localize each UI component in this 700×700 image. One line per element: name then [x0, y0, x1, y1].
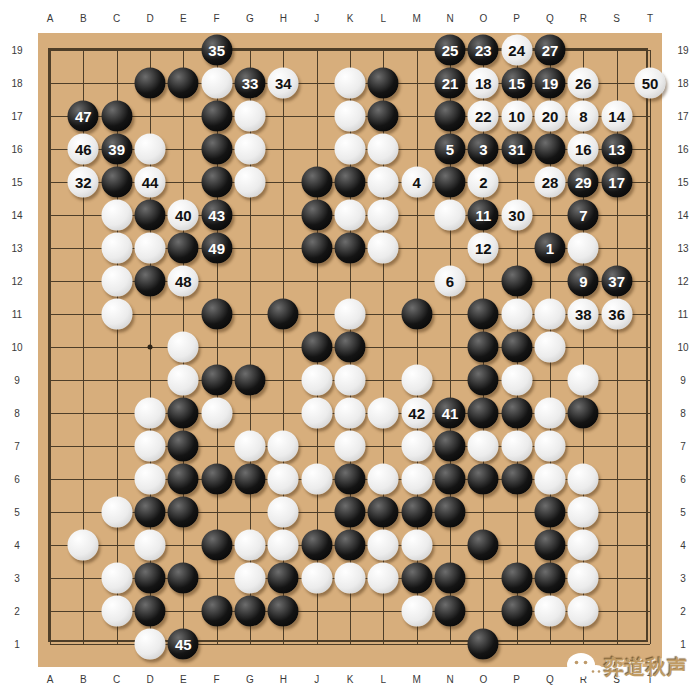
column-label-bottom-F: F	[214, 674, 220, 685]
stone-C14	[101, 200, 132, 231]
stone-R6	[568, 464, 599, 495]
stone-K11	[335, 299, 366, 330]
stone-L13	[368, 233, 399, 264]
stone-K10	[335, 332, 366, 363]
stone-C11	[101, 299, 132, 330]
stone-R14-move-7: 7	[568, 200, 599, 231]
column-label-top-A: A	[47, 13, 54, 24]
stone-N2	[435, 596, 466, 627]
column-label-top-P: P	[513, 13, 520, 24]
stone-M7	[401, 431, 432, 462]
stone-H4	[268, 530, 299, 561]
row-label-right-7: 7	[680, 441, 686, 452]
stone-G7	[235, 431, 266, 462]
stone-J15	[301, 167, 332, 198]
stone-M4	[401, 530, 432, 561]
column-label-top-C: C	[113, 13, 120, 24]
stone-Q19-move-27: 27	[535, 35, 566, 66]
stone-N3	[435, 563, 466, 594]
stone-O18-move-18: 18	[468, 68, 499, 99]
stone-C17	[101, 101, 132, 132]
stone-E8	[168, 398, 199, 429]
stone-R11-move-38: 38	[568, 299, 599, 330]
stone-M2	[401, 596, 432, 627]
stone-N6	[435, 464, 466, 495]
stone-R3	[568, 563, 599, 594]
stone-N17	[435, 101, 466, 132]
stone-E13	[168, 233, 199, 264]
stone-C3	[101, 563, 132, 594]
stone-S11-move-36: 36	[601, 299, 632, 330]
column-label-bottom-G: G	[246, 674, 254, 685]
stone-Q6	[535, 464, 566, 495]
stone-N5	[435, 497, 466, 528]
row-label-left-1: 1	[14, 639, 20, 650]
stone-O6	[468, 464, 499, 495]
stone-Q13-move-1: 1	[535, 233, 566, 264]
stone-E10	[168, 332, 199, 363]
stone-H3	[268, 563, 299, 594]
stone-H5	[268, 497, 299, 528]
stone-M11	[401, 299, 432, 330]
stone-L17	[368, 101, 399, 132]
stone-O10	[468, 332, 499, 363]
stone-L18	[368, 68, 399, 99]
stone-E9	[168, 365, 199, 396]
go-board: 3525232427333421181519265047221020814463…	[38, 33, 662, 667]
stone-R15-move-29: 29	[568, 167, 599, 198]
stone-S17-move-14: 14	[601, 101, 632, 132]
column-label-bottom-A: A	[47, 674, 54, 685]
stone-K18	[335, 68, 366, 99]
stone-M5	[401, 497, 432, 528]
stone-G3	[235, 563, 266, 594]
stone-G15	[235, 167, 266, 198]
row-label-right-6: 6	[680, 474, 686, 485]
stone-L15	[368, 167, 399, 198]
column-label-bottom-H: H	[280, 674, 287, 685]
column-label-top-Q: Q	[546, 13, 554, 24]
stone-P17-move-10: 10	[501, 101, 532, 132]
stone-Q16	[535, 134, 566, 165]
stone-K9	[335, 365, 366, 396]
row-label-left-19: 19	[11, 45, 22, 56]
row-label-left-4: 4	[14, 540, 20, 551]
stone-F8	[201, 398, 232, 429]
stone-O19-move-23: 23	[468, 35, 499, 66]
stone-D2	[135, 596, 166, 627]
row-label-left-18: 18	[11, 78, 22, 89]
stone-C13	[101, 233, 132, 264]
stone-Q15-move-28: 28	[535, 167, 566, 198]
column-label-top-L: L	[381, 13, 387, 24]
column-label-top-J: J	[314, 13, 319, 24]
column-label-bottom-J: J	[314, 674, 319, 685]
row-label-left-14: 14	[11, 210, 22, 221]
stone-D7	[135, 431, 166, 462]
row-label-left-17: 17	[11, 111, 22, 122]
stone-M9	[401, 365, 432, 396]
stone-Q3	[535, 563, 566, 594]
stone-P2	[501, 596, 532, 627]
stone-S12-move-37: 37	[601, 266, 632, 297]
stone-Q17-move-20: 20	[535, 101, 566, 132]
stone-H7	[268, 431, 299, 462]
row-label-right-15: 15	[677, 177, 688, 188]
stone-K15	[335, 167, 366, 198]
stone-O15-move-2: 2	[468, 167, 499, 198]
column-label-top-G: G	[246, 13, 254, 24]
stone-P16-move-31: 31	[501, 134, 532, 165]
stone-R2	[568, 596, 599, 627]
stone-G9	[235, 365, 266, 396]
column-label-top-K: K	[347, 13, 354, 24]
stone-B15-move-32: 32	[68, 167, 99, 198]
stone-P12	[501, 266, 532, 297]
stone-R9	[568, 365, 599, 396]
stone-K13	[335, 233, 366, 264]
stone-G2	[235, 596, 266, 627]
stone-N18-move-21: 21	[435, 68, 466, 99]
wechat-icon	[566, 650, 606, 688]
stone-M6	[401, 464, 432, 495]
stone-R12-move-9: 9	[568, 266, 599, 297]
stone-C2	[101, 596, 132, 627]
stone-R18-move-26: 26	[568, 68, 599, 99]
row-label-right-12: 12	[677, 276, 688, 287]
stone-D4	[135, 530, 166, 561]
stone-O1	[468, 629, 499, 660]
stone-K4	[335, 530, 366, 561]
row-label-right-13: 13	[677, 243, 688, 254]
row-label-left-2: 2	[14, 606, 20, 617]
star-point	[148, 345, 153, 350]
row-label-left-7: 7	[14, 441, 20, 452]
row-label-right-17: 17	[677, 111, 688, 122]
row-label-right-4: 4	[680, 540, 686, 551]
stone-F13-move-49: 49	[201, 233, 232, 264]
row-label-right-2: 2	[680, 606, 686, 617]
stone-Q18-move-19: 19	[535, 68, 566, 99]
column-label-bottom-E: E	[180, 674, 187, 685]
stone-C12	[101, 266, 132, 297]
stone-D5	[135, 497, 166, 528]
stone-O14-move-11: 11	[468, 200, 499, 231]
stone-E14-move-40: 40	[168, 200, 199, 231]
column-label-top-B: B	[80, 13, 87, 24]
stone-P9	[501, 365, 532, 396]
stone-E5	[168, 497, 199, 528]
stone-Q11	[535, 299, 566, 330]
stone-R17-move-8: 8	[568, 101, 599, 132]
column-label-bottom-N: N	[446, 674, 453, 685]
stone-S15-move-17: 17	[601, 167, 632, 198]
stone-P19-move-24: 24	[501, 35, 532, 66]
row-label-left-13: 13	[11, 243, 22, 254]
stone-J4	[301, 530, 332, 561]
stone-P7	[501, 431, 532, 462]
stone-O17-move-22: 22	[468, 101, 499, 132]
row-label-left-6: 6	[14, 474, 20, 485]
stone-F19-move-35: 35	[201, 35, 232, 66]
stone-O4	[468, 530, 499, 561]
stone-R4	[568, 530, 599, 561]
stone-P3	[501, 563, 532, 594]
stone-N16-move-5: 5	[435, 134, 466, 165]
stone-F16	[201, 134, 232, 165]
stone-F14-move-43: 43	[201, 200, 232, 231]
watermark: 弈道秋声	[558, 644, 698, 694]
column-label-bottom-L: L	[381, 674, 387, 685]
stone-P11	[501, 299, 532, 330]
watermark-text: 弈道秋声	[604, 654, 688, 681]
row-label-right-18: 18	[677, 78, 688, 89]
row-label-right-8: 8	[680, 408, 686, 419]
stone-L5	[368, 497, 399, 528]
stone-R16-move-16: 16	[568, 134, 599, 165]
stone-K17	[335, 101, 366, 132]
stone-F18	[201, 68, 232, 99]
column-label-top-N: N	[446, 13, 453, 24]
stone-D13	[135, 233, 166, 264]
stone-S16-move-13: 13	[601, 134, 632, 165]
stone-R8	[568, 398, 599, 429]
stone-J6	[301, 464, 332, 495]
column-label-bottom-D: D	[146, 674, 153, 685]
stone-F17	[201, 101, 232, 132]
stone-Q4	[535, 530, 566, 561]
row-label-left-15: 15	[11, 177, 22, 188]
stone-L6	[368, 464, 399, 495]
column-label-top-H: H	[280, 13, 287, 24]
stone-O13-move-12: 12	[468, 233, 499, 264]
stone-D15-move-44: 44	[135, 167, 166, 198]
stone-L8	[368, 398, 399, 429]
column-label-bottom-C: C	[113, 674, 120, 685]
stone-L16	[368, 134, 399, 165]
stone-Q8	[535, 398, 566, 429]
stone-C15	[101, 167, 132, 198]
stone-C5	[101, 497, 132, 528]
stone-O16-move-3: 3	[468, 134, 499, 165]
stone-J3	[301, 563, 332, 594]
stone-C16-move-39: 39	[101, 134, 132, 165]
stone-D3	[135, 563, 166, 594]
stone-O11	[468, 299, 499, 330]
stone-N19-move-25: 25	[435, 35, 466, 66]
stone-N8-move-41: 41	[435, 398, 466, 429]
stone-L3	[368, 563, 399, 594]
stone-R13	[568, 233, 599, 264]
stone-B17-move-47: 47	[68, 101, 99, 132]
stone-E6	[168, 464, 199, 495]
stone-G17	[235, 101, 266, 132]
stone-K5	[335, 497, 366, 528]
grid-line-v	[650, 50, 651, 644]
column-label-bottom-B: B	[80, 674, 87, 685]
stone-Q7	[535, 431, 566, 462]
stone-F11	[201, 299, 232, 330]
stone-G16	[235, 134, 266, 165]
stone-D18	[135, 68, 166, 99]
stone-G18-move-33: 33	[235, 68, 266, 99]
stone-P6	[501, 464, 532, 495]
stone-J8	[301, 398, 332, 429]
column-label-top-D: D	[146, 13, 153, 24]
stone-Q5	[535, 497, 566, 528]
column-label-bottom-M: M	[412, 674, 420, 685]
stone-K7	[335, 431, 366, 462]
stone-K14	[335, 200, 366, 231]
go-diagram-page: 3525232427333421181519265047221020814463…	[0, 0, 700, 700]
column-label-bottom-Q: Q	[546, 674, 554, 685]
stone-P18-move-15: 15	[501, 68, 532, 99]
stone-G6	[235, 464, 266, 495]
stone-K6	[335, 464, 366, 495]
stone-L14	[368, 200, 399, 231]
column-label-top-S: S	[613, 13, 620, 24]
stone-Q10	[535, 332, 566, 363]
stone-E3	[168, 563, 199, 594]
stone-H11	[268, 299, 299, 330]
stone-K3	[335, 563, 366, 594]
stone-F9	[201, 365, 232, 396]
stone-P8	[501, 398, 532, 429]
stone-H6	[268, 464, 299, 495]
stone-E1-move-45: 45	[168, 629, 199, 660]
stone-F15	[201, 167, 232, 198]
stone-T18-move-50: 50	[635, 68, 666, 99]
stone-L4	[368, 530, 399, 561]
row-label-left-8: 8	[14, 408, 20, 419]
column-label-bottom-O: O	[479, 674, 487, 685]
stone-O9	[468, 365, 499, 396]
column-label-bottom-K: K	[347, 674, 354, 685]
row-label-left-5: 5	[14, 507, 20, 518]
row-label-left-3: 3	[14, 573, 20, 584]
stone-E18	[168, 68, 199, 99]
stone-N7	[435, 431, 466, 462]
stone-N14	[435, 200, 466, 231]
column-label-top-O: O	[479, 13, 487, 24]
stone-P14-move-30: 30	[501, 200, 532, 231]
stone-J14	[301, 200, 332, 231]
stone-F4	[201, 530, 232, 561]
stone-D1	[135, 629, 166, 660]
stone-D12	[135, 266, 166, 297]
row-label-left-9: 9	[14, 375, 20, 386]
stone-Q2	[535, 596, 566, 627]
stone-F2	[201, 596, 232, 627]
column-label-top-R: R	[580, 13, 587, 24]
stone-G4	[235, 530, 266, 561]
stone-R5	[568, 497, 599, 528]
row-label-left-12: 12	[11, 276, 22, 287]
stone-M8-move-42: 42	[401, 398, 432, 429]
row-label-left-10: 10	[11, 342, 22, 353]
stone-B16-move-46: 46	[68, 134, 99, 165]
row-label-right-9: 9	[680, 375, 686, 386]
stone-K16	[335, 134, 366, 165]
stone-P10	[501, 332, 532, 363]
stone-H18-move-34: 34	[268, 68, 299, 99]
stone-J10	[301, 332, 332, 363]
column-label-top-T: T	[647, 13, 653, 24]
row-label-right-10: 10	[677, 342, 688, 353]
row-label-right-19: 19	[677, 45, 688, 56]
stone-N15	[435, 167, 466, 198]
stone-O7	[468, 431, 499, 462]
stone-O8	[468, 398, 499, 429]
column-label-top-F: F	[214, 13, 220, 24]
stone-M15-move-4: 4	[401, 167, 432, 198]
row-label-left-16: 16	[11, 144, 22, 155]
stone-K8	[335, 398, 366, 429]
column-label-bottom-P: P	[513, 674, 520, 685]
stone-D16	[135, 134, 166, 165]
stone-J13	[301, 233, 332, 264]
row-label-right-16: 16	[677, 144, 688, 155]
row-label-right-3: 3	[680, 573, 686, 584]
stone-F6	[201, 464, 232, 495]
stone-B4	[68, 530, 99, 561]
stone-J9	[301, 365, 332, 396]
column-label-top-E: E	[180, 13, 187, 24]
stone-H2	[268, 596, 299, 627]
stone-E12-move-48: 48	[168, 266, 199, 297]
stone-M3	[401, 563, 432, 594]
stone-D6	[135, 464, 166, 495]
row-label-right-14: 14	[677, 210, 688, 221]
row-label-right-11: 11	[678, 309, 688, 320]
column-label-top-M: M	[412, 13, 420, 24]
stone-N12-move-6: 6	[435, 266, 466, 297]
row-label-right-5: 5	[680, 507, 686, 518]
stone-E7	[168, 431, 199, 462]
row-label-left-11: 11	[12, 309, 22, 320]
stone-D8	[135, 398, 166, 429]
stone-D14	[135, 200, 166, 231]
